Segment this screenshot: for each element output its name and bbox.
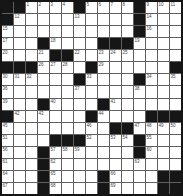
cell-r9c1[interactable]: 42: [14, 111, 25, 122]
cell-r6c13[interactable]: [158, 74, 169, 85]
clue-number-1: 1: [27, 2, 30, 7]
cell-r5c11[interactable]: [134, 62, 145, 73]
black-cell-r5c2: [26, 62, 37, 73]
cell-r5c8[interactable]: 29: [98, 62, 109, 73]
cell-r8c5[interactable]: [62, 99, 73, 110]
cell-r8c1[interactable]: [14, 99, 25, 110]
black-cell-r15c8: [98, 183, 109, 194]
black-cell-r11c11: [134, 135, 145, 146]
black-cell-r12c11: [134, 147, 145, 158]
cell-r8c0[interactable]: 39: [2, 99, 13, 110]
cell-r2c4[interactable]: [50, 26, 61, 37]
cell-r15c4[interactable]: 68: [50, 183, 61, 194]
black-cell-r11c5: [62, 135, 73, 146]
cell-r6c10[interactable]: [122, 74, 133, 85]
cell-r2c7[interactable]: [86, 26, 97, 37]
cell-r4c0[interactable]: 20: [2, 50, 13, 61]
cell-r6c0[interactable]: 30: [2, 74, 13, 85]
black-cell-r3c10: [122, 38, 133, 49]
cell-r4c3[interactable]: 21: [38, 50, 49, 61]
black-cell-r11c6: [74, 135, 85, 146]
cell-r2c10[interactable]: [122, 26, 133, 37]
clue-number-33: 33: [87, 74, 92, 79]
clue-number-35: 35: [171, 74, 176, 79]
cell-r5c6[interactable]: [74, 62, 85, 73]
black-cell-r9c14: [170, 111, 181, 122]
cell-r2c14[interactable]: [170, 26, 181, 37]
cell-r15c2[interactable]: [26, 183, 37, 194]
cell-r7c2[interactable]: [26, 86, 37, 97]
cell-r12c5[interactable]: 58: [62, 147, 73, 158]
cell-r14c9[interactable]: 66: [110, 171, 121, 182]
cell-r7c6[interactable]: 37: [74, 86, 85, 97]
clue-number-11: 11: [171, 2, 176, 7]
cell-r2c6[interactable]: [74, 26, 85, 37]
clue-number-52: 52: [87, 135, 92, 140]
cell-r6c3[interactable]: [38, 74, 49, 85]
cell-r12c1[interactable]: [14, 147, 25, 158]
cell-r14c11[interactable]: [134, 171, 145, 182]
cell-r10c4[interactable]: [50, 123, 61, 134]
cell-r6c5[interactable]: [62, 74, 73, 85]
clue-number-42: 42: [15, 111, 20, 116]
cell-r9c3[interactable]: 43: [38, 111, 49, 122]
cell-r4c11[interactable]: [134, 50, 145, 61]
cell-r8c9[interactable]: 41: [110, 99, 121, 110]
clue-number-63: 63: [135, 159, 140, 164]
cell-r10c8[interactable]: [98, 123, 109, 134]
cell-r10c1[interactable]: [14, 123, 25, 134]
clue-number-53: 53: [111, 135, 116, 140]
cell-r11c13[interactable]: [158, 135, 169, 146]
cell-r3c1[interactable]: [14, 38, 25, 49]
clue-number-29: 29: [99, 62, 104, 67]
cell-r1c4[interactable]: [50, 14, 61, 25]
cell-r7c9[interactable]: [110, 86, 121, 97]
cell-r1c13[interactable]: [158, 14, 169, 25]
cell-r9c5[interactable]: [62, 111, 73, 122]
cell-r11c10[interactable]: 54: [122, 135, 133, 146]
cell-r11c8[interactable]: [98, 135, 109, 146]
cell-r4c1[interactable]: [14, 50, 25, 61]
cell-r11c2[interactable]: [26, 135, 37, 146]
cell-r13c11[interactable]: 63: [134, 159, 145, 170]
clue-number-39: 39: [3, 99, 8, 104]
cell-r14c1[interactable]: [14, 171, 25, 182]
cell-r2c8[interactable]: [98, 26, 109, 37]
cell-r4c8[interactable]: 23: [98, 50, 109, 61]
clue-number-62: 62: [51, 159, 56, 164]
cell-r4c7[interactable]: [86, 50, 97, 61]
cell-r2c3[interactable]: [38, 26, 49, 37]
cell-r7c3[interactable]: [38, 86, 49, 97]
cell-r13c0[interactable]: 61: [2, 159, 13, 170]
cell-r1c5[interactable]: [62, 14, 73, 25]
cell-r12c6[interactable]: 59: [74, 147, 85, 158]
cell-r7c12[interactable]: [146, 86, 157, 97]
clue-number-61: 61: [3, 159, 8, 164]
clue-number-23: 23: [99, 50, 104, 55]
clue-number-27: 27: [51, 62, 56, 67]
cell-r1c7[interactable]: [86, 14, 97, 25]
cell-r13c5[interactable]: [62, 159, 73, 170]
clue-number-45: 45: [3, 123, 8, 128]
cell-r8c4[interactable]: 40: [50, 99, 61, 110]
cell-r8c11[interactable]: [134, 99, 145, 110]
clue-number-38: 38: [135, 86, 140, 91]
cell-r5c13[interactable]: [158, 62, 169, 73]
cell-r11c0[interactable]: 51: [2, 135, 13, 146]
clue-number-2: 2: [39, 2, 42, 7]
cell-r8c6[interactable]: [74, 99, 85, 110]
cell-r15c11[interactable]: [134, 183, 145, 194]
cell-r10c2[interactable]: [26, 123, 37, 134]
cell-r14c5[interactable]: [62, 171, 73, 182]
cell-r1c10[interactable]: [122, 14, 133, 25]
clue-number-3: 3: [51, 2, 54, 7]
black-cell-r10c10: [122, 123, 133, 134]
cell-r8c12[interactable]: [146, 99, 157, 110]
cell-r15c0[interactable]: 67: [2, 183, 13, 194]
cell-r9c4[interactable]: [50, 111, 61, 122]
cell-r3c12[interactable]: [146, 38, 157, 49]
cell-r5c9[interactable]: [110, 62, 121, 73]
cell-r0c12[interactable]: 9: [146, 2, 157, 13]
crossword-puzzle: 1234567891011121314151617181920212223242…: [0, 0, 183, 196]
cell-r1c12[interactable]: 14: [146, 14, 157, 25]
clue-number-26: 26: [39, 62, 44, 67]
cell-r11c12[interactable]: 55: [146, 135, 157, 146]
clue-number-66: 66: [111, 171, 116, 176]
cell-r10c13[interactable]: 49: [158, 123, 169, 134]
cell-r12c14[interactable]: [170, 147, 181, 158]
clue-number-6: 6: [99, 2, 102, 7]
cell-r2c13[interactable]: [158, 26, 169, 37]
cell-r0c8[interactable]: 6: [98, 2, 109, 13]
cell-r0c14[interactable]: 11: [170, 2, 181, 13]
cell-r12c0[interactable]: 56: [2, 147, 13, 158]
clue-number-10: 10: [159, 2, 164, 7]
cell-r11c14[interactable]: [170, 135, 181, 146]
cell-r8c7[interactable]: [86, 99, 97, 110]
cell-r4c14[interactable]: [170, 50, 181, 61]
cell-r7c4[interactable]: [50, 86, 61, 97]
cell-r12c10[interactable]: [122, 147, 133, 158]
cell-r2c0[interactable]: 15: [2, 26, 13, 37]
black-cell-r12c3: [38, 147, 49, 158]
clue-number-5: 5: [87, 2, 90, 7]
black-cell-r9c0: [2, 111, 13, 122]
cell-r7c13[interactable]: [158, 86, 169, 97]
black-cell-r5c1: [14, 62, 25, 73]
cell-r1c14[interactable]: [170, 14, 181, 25]
clue-number-50: 50: [171, 123, 176, 128]
cell-r0c9[interactable]: 7: [110, 2, 121, 13]
black-cell-r3c8: [98, 38, 109, 49]
clue-number-64: 64: [3, 171, 8, 176]
cell-r13c13[interactable]: [158, 159, 169, 170]
clue-number-56: 56: [3, 147, 8, 152]
cell-r12c9[interactable]: [110, 147, 121, 158]
cell-r11c7[interactable]: 52: [86, 135, 97, 146]
cell-r10c7[interactable]: 46: [86, 123, 97, 134]
cell-r7c7[interactable]: [86, 86, 97, 97]
black-cell-r0c11: [134, 2, 145, 13]
cell-r12c13[interactable]: [158, 147, 169, 158]
black-cell-r6c6: [74, 74, 85, 85]
clue-number-54: 54: [123, 135, 128, 140]
cell-r3c6[interactable]: [74, 38, 85, 49]
cell-r7c1[interactable]: [14, 86, 25, 97]
cell-r12c7[interactable]: [86, 147, 97, 158]
clue-number-67: 67: [3, 183, 8, 188]
cell-r3c13[interactable]: [158, 38, 169, 49]
cell-r12c2[interactable]: [26, 147, 37, 158]
cell-r13c4[interactable]: 62: [50, 159, 61, 170]
cell-r4c13[interactable]: [158, 50, 169, 61]
cell-r8c13[interactable]: [158, 99, 169, 110]
cell-r6c14[interactable]: 35: [170, 74, 181, 85]
cell-r8c2[interactable]: [26, 99, 37, 110]
cell-r15c5[interactable]: [62, 183, 73, 194]
cell-r13c10[interactable]: [122, 159, 133, 170]
clue-number-17: 17: [3, 38, 8, 43]
clue-number-8: 8: [123, 2, 126, 7]
clue-number-51: 51: [3, 135, 8, 140]
cell-r0c3[interactable]: 2: [38, 2, 49, 13]
cell-r15c9[interactable]: 69: [110, 183, 121, 194]
clue-number-69: 69: [111, 183, 116, 188]
cell-r3c7[interactable]: [86, 38, 97, 49]
cell-r4c10[interactable]: 25: [122, 50, 133, 61]
cell-r13c1[interactable]: [14, 159, 25, 170]
crossword-grid: 1234567891011121314151617181920212223242…: [0, 0, 183, 196]
black-cell-r2c11: [134, 26, 145, 37]
cell-r5c3[interactable]: 26: [38, 62, 49, 73]
cell-r3c14[interactable]: [170, 38, 181, 49]
cell-r7c11[interactable]: 38: [134, 86, 145, 97]
cell-r2c1[interactable]: [14, 26, 25, 37]
cell-r13c6[interactable]: [74, 159, 85, 170]
cell-r8c10[interactable]: [122, 99, 133, 110]
cell-r10c0[interactable]: 45: [2, 123, 13, 134]
cell-r7c14[interactable]: [170, 86, 181, 97]
cell-r14c2[interactable]: [26, 171, 37, 182]
cell-r9c6[interactable]: [74, 111, 85, 122]
cell-r15c6[interactable]: [74, 183, 85, 194]
cell-r2c12[interactable]: 16: [146, 26, 157, 37]
cell-r1c3[interactable]: [38, 14, 49, 25]
clue-number-13: 13: [75, 14, 80, 19]
cell-r4c6[interactable]: 22: [74, 50, 85, 61]
clue-number-30: 30: [3, 74, 8, 79]
clue-number-48: 48: [147, 123, 152, 128]
cell-r3c5[interactable]: [62, 38, 73, 49]
cell-r10c12[interactable]: 48: [146, 123, 157, 134]
cell-r14c12[interactable]: [146, 171, 157, 182]
cell-r4c2[interactable]: [26, 50, 37, 61]
clue-number-16: 16: [147, 26, 152, 31]
clue-number-44: 44: [99, 111, 104, 116]
cell-r11c9[interactable]: 53: [110, 135, 121, 146]
cell-r1c9[interactable]: [110, 14, 121, 25]
clue-number-59: 59: [75, 147, 80, 152]
clue-number-20: 20: [3, 50, 8, 55]
cell-r10c5[interactable]: [62, 123, 73, 134]
cell-r15c7[interactable]: [86, 183, 97, 194]
clue-number-22: 22: [75, 50, 80, 55]
cell-r3c0[interactable]: 17: [2, 38, 13, 49]
cell-r5c10[interactable]: [122, 62, 133, 73]
black-cell-r5c7: [86, 62, 97, 73]
clue-number-37: 37: [75, 86, 80, 91]
cell-r9c2[interactable]: [26, 111, 37, 122]
clue-number-9: 9: [147, 2, 150, 7]
cell-r10c14[interactable]: 50: [170, 123, 181, 134]
black-cell-r14c13: [158, 171, 169, 182]
clue-number-12: 12: [15, 14, 20, 19]
clue-number-57: 57: [51, 147, 56, 152]
cell-r6c1[interactable]: 31: [14, 74, 25, 85]
cell-r0c13[interactable]: 10: [158, 2, 169, 13]
cell-r9c9[interactable]: [110, 111, 121, 122]
cell-r10c11[interactable]: 47: [134, 123, 145, 134]
black-cell-r9c7: [86, 111, 97, 122]
cell-r6c9[interactable]: [110, 74, 121, 85]
clue-number-19: 19: [135, 38, 140, 43]
black-cell-r5c0: [2, 62, 13, 73]
clue-number-46: 46: [87, 123, 92, 128]
black-cell-r15c3: [38, 183, 49, 194]
cell-r5c4[interactable]: 27: [50, 62, 61, 73]
cell-r4c12[interactable]: [146, 50, 157, 61]
black-cell-r9c12: [146, 111, 157, 122]
cell-r5c12[interactable]: [146, 62, 157, 73]
cell-r7c0[interactable]: 36: [2, 86, 13, 97]
black-cell-r5c14: [170, 62, 181, 73]
cell-r15c10[interactable]: [122, 183, 133, 194]
cell-r14c6[interactable]: [74, 171, 85, 182]
cell-r9c10[interactable]: [122, 111, 133, 122]
clue-number-7: 7: [111, 2, 114, 7]
cell-r10c6[interactable]: [74, 123, 85, 134]
cell-r3c2[interactable]: [26, 38, 37, 49]
cell-r5c5[interactable]: 28: [62, 62, 73, 73]
clue-number-18: 18: [51, 38, 56, 43]
cell-r14c4[interactable]: 65: [50, 171, 61, 182]
clue-number-14: 14: [147, 14, 152, 19]
clue-number-43: 43: [39, 111, 44, 116]
clue-number-58: 58: [63, 147, 68, 152]
cell-r2c2[interactable]: [26, 26, 37, 37]
cell-r1c2[interactable]: [26, 14, 37, 25]
cell-r13c8[interactable]: [98, 159, 109, 170]
clue-number-60: 60: [147, 147, 152, 152]
cell-r2c9[interactable]: [110, 26, 121, 37]
black-cell-r0c6: [74, 2, 85, 13]
black-cell-r0c0: [2, 2, 13, 13]
cell-r0c5[interactable]: 4: [62, 2, 73, 13]
black-cell-r15c14: [170, 183, 181, 194]
cell-r0c4[interactable]: 3: [50, 2, 61, 13]
cell-r1c8[interactable]: [98, 14, 109, 25]
black-cell-r4c4: [50, 50, 61, 61]
black-cell-r0c1: [14, 2, 25, 13]
cell-r14c7[interactable]: [86, 171, 97, 182]
cell-r9c8[interactable]: 44: [98, 111, 109, 122]
clue-number-24: 24: [111, 50, 116, 55]
black-cell-r11c4: [50, 135, 61, 146]
clue-number-65: 65: [51, 171, 56, 176]
cell-r7c10[interactable]: [122, 86, 133, 97]
black-cell-r1c0: [2, 14, 13, 25]
clue-number-41: 41: [111, 99, 116, 104]
cell-r6c2[interactable]: 32: [26, 74, 37, 85]
black-cell-r13c3: [38, 159, 49, 170]
clue-number-34: 34: [147, 74, 152, 79]
cell-r14c10[interactable]: [122, 171, 133, 182]
cell-r1c6[interactable]: 13: [74, 14, 85, 25]
cell-r12c4[interactable]: 57: [50, 147, 61, 158]
cell-r0c7[interactable]: 5: [86, 2, 97, 13]
clue-number-15: 15: [3, 26, 8, 31]
black-cell-r14c14: [170, 171, 181, 182]
clue-number-40: 40: [51, 99, 56, 104]
cell-r11c3[interactable]: [38, 135, 49, 146]
cell-r3c4[interactable]: 18: [50, 38, 61, 49]
cell-r2c5[interactable]: [62, 26, 73, 37]
cell-r15c12[interactable]: [146, 183, 157, 194]
cell-r15c1[interactable]: [14, 183, 25, 194]
cell-r13c12[interactable]: [146, 159, 157, 170]
clue-number-55: 55: [147, 135, 152, 140]
cell-r13c2[interactable]: [26, 159, 37, 170]
cell-r7c8[interactable]: [98, 86, 109, 97]
clue-number-28: 28: [63, 62, 68, 67]
cell-r12c8[interactable]: [98, 147, 109, 158]
cell-r1c1[interactable]: 12: [14, 14, 25, 25]
cell-r13c9[interactable]: [110, 159, 121, 170]
black-cell-r6c11: [134, 74, 145, 85]
clue-number-21: 21: [39, 50, 44, 55]
cell-r3c11[interactable]: 19: [134, 38, 145, 49]
black-cell-r14c8: [98, 171, 109, 182]
cell-r6c7[interactable]: 33: [86, 74, 97, 85]
black-cell-r1c11: [134, 14, 145, 25]
clue-number-49: 49: [159, 123, 164, 128]
cell-r0c10[interactable]: 8: [122, 2, 133, 13]
cell-r6c4[interactable]: [50, 74, 61, 85]
black-cell-r3c3: [38, 38, 49, 49]
cell-r9c11[interactable]: [134, 111, 145, 122]
clue-number-68: 68: [51, 183, 56, 188]
cell-r14c0[interactable]: 64: [2, 171, 13, 182]
cell-r11c1[interactable]: [14, 135, 25, 146]
black-cell-r8c8: [98, 99, 109, 110]
cell-r13c14[interactable]: [170, 159, 181, 170]
cell-r12c12[interactable]: 60: [146, 147, 157, 158]
cell-r0c2[interactable]: 1: [26, 2, 37, 13]
clue-number-25: 25: [123, 50, 128, 55]
clue-number-32: 32: [27, 74, 32, 79]
cell-r6c12[interactable]: 34: [146, 74, 157, 85]
cell-r7c5[interactable]: [62, 86, 73, 97]
cell-r10c3[interactable]: [38, 123, 49, 134]
cell-r4c9[interactable]: 24: [110, 50, 121, 61]
cell-r13c7[interactable]: [86, 159, 97, 170]
cell-r6c8[interactable]: [98, 74, 109, 85]
cell-r8c14[interactable]: [170, 99, 181, 110]
